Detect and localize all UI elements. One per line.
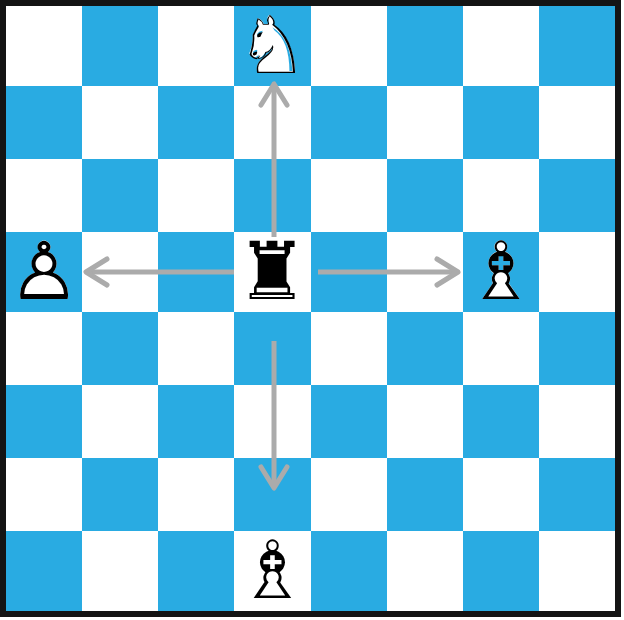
square-d7[interactable]	[234, 86, 310, 159]
square-g1[interactable]	[463, 531, 539, 611]
square-h3[interactable]	[539, 385, 615, 458]
square-h8[interactable]	[539, 6, 615, 86]
square-b2[interactable]	[82, 458, 158, 531]
square-f6[interactable]	[387, 159, 463, 232]
square-d1[interactable]: ♝♗	[234, 531, 310, 611]
square-c2[interactable]	[158, 458, 234, 531]
square-c8[interactable]	[158, 6, 234, 86]
square-f8[interactable]	[387, 6, 463, 86]
white-bishop-d1[interactable]: ♝♗	[234, 531, 310, 611]
square-d6[interactable]	[234, 159, 310, 232]
black-rook-d5[interactable]: ♜	[234, 232, 310, 312]
square-g8[interactable]	[463, 6, 539, 86]
square-e3[interactable]	[311, 385, 387, 458]
square-e6[interactable]	[311, 159, 387, 232]
white-knight-glyph: ♘	[237, 6, 309, 86]
square-c7[interactable]	[158, 86, 234, 159]
white-pawn-a5[interactable]: ♟♙	[6, 232, 82, 312]
square-d3[interactable]	[234, 385, 310, 458]
square-a7[interactable]	[6, 86, 82, 159]
square-f7[interactable]	[387, 86, 463, 159]
square-g6[interactable]	[463, 159, 539, 232]
square-a2[interactable]	[6, 458, 82, 531]
square-h5[interactable]	[539, 232, 615, 312]
board-frame: ♞♘♟♙♜♝♗♝♗	[0, 0, 621, 617]
square-b4[interactable]	[82, 312, 158, 385]
square-g3[interactable]	[463, 385, 539, 458]
square-b8[interactable]	[82, 6, 158, 86]
square-c6[interactable]	[158, 159, 234, 232]
square-e1[interactable]	[311, 531, 387, 611]
square-f1[interactable]	[387, 531, 463, 611]
square-a4[interactable]	[6, 312, 82, 385]
square-a8[interactable]	[6, 6, 82, 86]
square-f5[interactable]	[387, 232, 463, 312]
square-f4[interactable]	[387, 312, 463, 385]
white-knight-d8[interactable]: ♞♘	[234, 6, 310, 86]
square-e4[interactable]	[311, 312, 387, 385]
square-h2[interactable]	[539, 458, 615, 531]
square-d4[interactable]	[234, 312, 310, 385]
square-c5[interactable]	[158, 232, 234, 312]
square-c1[interactable]	[158, 531, 234, 611]
square-e5[interactable]	[311, 232, 387, 312]
square-b1[interactable]	[82, 531, 158, 611]
square-h4[interactable]	[539, 312, 615, 385]
square-f2[interactable]	[387, 458, 463, 531]
square-a3[interactable]	[6, 385, 82, 458]
square-g2[interactable]	[463, 458, 539, 531]
square-a6[interactable]	[6, 159, 82, 232]
white-bishop-glyph: ♗	[237, 531, 309, 611]
square-g7[interactable]	[463, 86, 539, 159]
white-bishop-glyph: ♗	[465, 232, 537, 312]
square-h7[interactable]	[539, 86, 615, 159]
square-b5[interactable]	[82, 232, 158, 312]
square-a1[interactable]	[6, 531, 82, 611]
square-b7[interactable]	[82, 86, 158, 159]
square-d8[interactable]: ♞♘	[234, 6, 310, 86]
square-g5[interactable]: ♝♗	[463, 232, 539, 312]
square-d5[interactable]: ♜	[234, 232, 310, 312]
square-c4[interactable]	[158, 312, 234, 385]
square-e8[interactable]	[311, 6, 387, 86]
square-h1[interactable]	[539, 531, 615, 611]
square-a5[interactable]: ♟♙	[6, 232, 82, 312]
white-bishop-g5[interactable]: ♝♗	[463, 232, 539, 312]
black-rook-glyph: ♜	[237, 232, 309, 312]
square-b3[interactable]	[82, 385, 158, 458]
square-e2[interactable]	[311, 458, 387, 531]
square-d2[interactable]	[234, 458, 310, 531]
square-c3[interactable]	[158, 385, 234, 458]
white-pawn-glyph: ♙	[8, 232, 80, 312]
square-g4[interactable]	[463, 312, 539, 385]
square-b6[interactable]	[82, 159, 158, 232]
square-f3[interactable]	[387, 385, 463, 458]
chessboard: ♞♘♟♙♜♝♗♝♗	[6, 6, 615, 611]
square-e7[interactable]	[311, 86, 387, 159]
square-h6[interactable]	[539, 159, 615, 232]
